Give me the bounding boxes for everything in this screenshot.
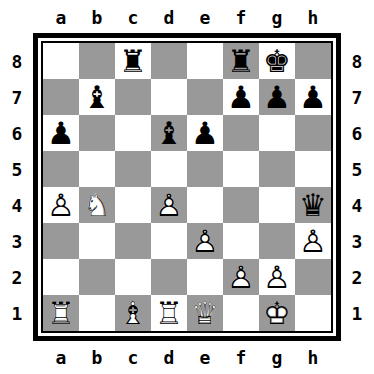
square-h3[interactable]: ♟♙ xyxy=(295,223,331,259)
square-e7[interactable] xyxy=(187,79,223,115)
square-a4[interactable]: ♟♙ xyxy=(43,187,79,223)
square-d8[interactable] xyxy=(151,43,187,79)
file-label-a: a xyxy=(43,5,79,29)
square-c1[interactable]: ♝♗ xyxy=(115,295,151,331)
square-c3[interactable] xyxy=(115,223,151,259)
white-queen[interactable]: ♛♕ xyxy=(187,295,223,331)
square-g8[interactable]: ♚ xyxy=(259,43,295,79)
rank-label-2: 2 xyxy=(345,259,369,295)
square-f6[interactable] xyxy=(223,115,259,151)
file-label-d: d xyxy=(151,345,187,369)
square-e2[interactable] xyxy=(187,259,223,295)
black-rook[interactable]: ♜ xyxy=(223,43,259,79)
black-pawn[interactable]: ♟ xyxy=(259,79,295,115)
black-queen-icon: ♛ xyxy=(295,187,331,223)
white-pawn[interactable]: ♟♙ xyxy=(151,187,187,223)
rank-label-5: 5 xyxy=(345,151,369,187)
black-pawn-icon: ♟ xyxy=(295,79,331,115)
black-bishop-icon: ♝ xyxy=(151,115,187,151)
square-b6[interactable] xyxy=(79,115,115,151)
white-pawn-icon: ♙ xyxy=(43,187,79,223)
square-g5[interactable] xyxy=(259,151,295,187)
square-a3[interactable] xyxy=(43,223,79,259)
square-g7[interactable]: ♟ xyxy=(259,79,295,115)
square-d5[interactable] xyxy=(151,151,187,187)
white-pawn[interactable]: ♟♙ xyxy=(295,223,331,259)
black-king-icon: ♚ xyxy=(259,43,295,79)
file-label-b: b xyxy=(79,345,115,369)
square-d1[interactable]: ♜♖ xyxy=(151,295,187,331)
black-king[interactable]: ♚ xyxy=(259,43,295,79)
rank-label-1: 1 xyxy=(5,295,29,331)
square-b3[interactable] xyxy=(79,223,115,259)
square-h8[interactable] xyxy=(295,43,331,79)
square-b7[interactable]: ♝ xyxy=(79,79,115,115)
file-label-f: f xyxy=(223,5,259,29)
square-b1[interactable] xyxy=(79,295,115,331)
square-c6[interactable] xyxy=(115,115,151,151)
square-c8[interactable]: ♜ xyxy=(115,43,151,79)
black-bishop[interactable]: ♝ xyxy=(151,115,187,151)
black-rook-icon: ♜ xyxy=(115,43,151,79)
rank-label-4: 4 xyxy=(5,187,29,223)
square-h6[interactable] xyxy=(295,115,331,151)
chess-diagram: abcdefgh abcdefgh 87654321 87654321 ♜♜♚♝… xyxy=(0,0,374,374)
square-d3[interactable] xyxy=(151,223,187,259)
black-pawn[interactable]: ♟ xyxy=(223,79,259,115)
rank-label-6: 6 xyxy=(5,115,29,151)
square-a5[interactable] xyxy=(43,151,79,187)
rank-label-8: 8 xyxy=(5,43,29,79)
white-knight[interactable]: ♞♘ xyxy=(79,187,115,223)
chess-board-frame: ♜♜♚♝♟♟♟♟♝♟♟♙♞♘♟♙♛♟♙♟♙♟♙♟♙♜♖♝♗♜♖♛♕♚♔ xyxy=(33,33,341,341)
white-king-icon: ♔ xyxy=(259,295,295,331)
square-d2[interactable] xyxy=(151,259,187,295)
file-label-e: e xyxy=(187,345,223,369)
file-label-g: g xyxy=(259,345,295,369)
file-labels-bottom: abcdefgh xyxy=(43,345,331,369)
black-pawn[interactable]: ♟ xyxy=(187,115,223,151)
square-a8[interactable] xyxy=(43,43,79,79)
square-e8[interactable] xyxy=(187,43,223,79)
black-pawn[interactable]: ♟ xyxy=(43,115,79,151)
square-h7[interactable]: ♟ xyxy=(295,79,331,115)
square-a1[interactable]: ♜♖ xyxy=(43,295,79,331)
white-pawn-icon: ♙ xyxy=(259,259,295,295)
rank-labels-right: 87654321 xyxy=(345,43,369,331)
white-pawn[interactable]: ♟♙ xyxy=(223,259,259,295)
square-a2[interactable] xyxy=(43,259,79,295)
square-e1[interactable]: ♛♕ xyxy=(187,295,223,331)
white-pawn[interactable]: ♟♙ xyxy=(43,187,79,223)
square-g2[interactable]: ♟♙ xyxy=(259,259,295,295)
file-label-f: f xyxy=(223,345,259,369)
white-bishop[interactable]: ♝♗ xyxy=(115,295,151,331)
rank-label-3: 3 xyxy=(345,223,369,259)
black-pawn-icon: ♟ xyxy=(259,79,295,115)
square-e3[interactable]: ♟♙ xyxy=(187,223,223,259)
black-bishop[interactable]: ♝ xyxy=(79,79,115,115)
square-g3[interactable] xyxy=(259,223,295,259)
file-label-c: c xyxy=(115,345,151,369)
black-pawn-icon: ♟ xyxy=(223,79,259,115)
white-knight-icon: ♘ xyxy=(79,187,115,223)
black-queen[interactable]: ♛ xyxy=(295,187,331,223)
square-e5[interactable] xyxy=(187,151,223,187)
white-rook-icon: ♖ xyxy=(43,295,79,331)
file-label-g: g xyxy=(259,5,295,29)
black-rook[interactable]: ♜ xyxy=(115,43,151,79)
square-a6[interactable]: ♟ xyxy=(43,115,79,151)
square-b5[interactable] xyxy=(79,151,115,187)
file-label-h: h xyxy=(295,5,331,29)
black-pawn-icon: ♟ xyxy=(187,115,223,151)
square-b8[interactable] xyxy=(79,43,115,79)
rank-label-8: 8 xyxy=(345,43,369,79)
square-e4[interactable] xyxy=(187,187,223,223)
square-f3[interactable] xyxy=(223,223,259,259)
file-label-b: b xyxy=(79,5,115,29)
white-pawn-icon: ♙ xyxy=(295,223,331,259)
rank-label-5: 5 xyxy=(5,151,29,187)
square-h1[interactable] xyxy=(295,295,331,331)
black-pawn[interactable]: ♟ xyxy=(295,79,331,115)
white-bishop-icon: ♗ xyxy=(115,295,151,331)
square-d4[interactable]: ♟♙ xyxy=(151,187,187,223)
file-labels-top: abcdefgh xyxy=(43,5,331,29)
square-f8[interactable]: ♜ xyxy=(223,43,259,79)
file-label-e: e xyxy=(187,5,223,29)
square-f7[interactable]: ♟ xyxy=(223,79,259,115)
file-label-h: h xyxy=(295,345,331,369)
square-d7[interactable] xyxy=(151,79,187,115)
rank-label-7: 7 xyxy=(5,79,29,115)
white-rook[interactable]: ♜♖ xyxy=(151,295,187,331)
rank-label-1: 1 xyxy=(345,295,369,331)
file-label-c: c xyxy=(115,5,151,29)
square-b4[interactable]: ♞♘ xyxy=(79,187,115,223)
chess-board-inner-frame: ♜♜♚♝♟♟♟♟♝♟♟♙♞♘♟♙♛♟♙♟♙♟♙♟♙♜♖♝♗♜♖♛♕♚♔ xyxy=(41,41,333,333)
square-g4[interactable] xyxy=(259,187,295,223)
white-pawn[interactable]: ♟♙ xyxy=(259,259,295,295)
rank-labels-left: 87654321 xyxy=(5,43,29,331)
black-pawn-icon: ♟ xyxy=(43,115,79,151)
rank-label-4: 4 xyxy=(345,187,369,223)
file-label-a: a xyxy=(43,345,79,369)
white-pawn-icon: ♙ xyxy=(187,223,223,259)
white-pawn-icon: ♙ xyxy=(151,187,187,223)
white-queen-icon: ♕ xyxy=(187,295,223,331)
square-a7[interactable] xyxy=(43,79,79,115)
rank-label-7: 7 xyxy=(345,79,369,115)
square-e6[interactable]: ♟ xyxy=(187,115,223,151)
square-c7[interactable] xyxy=(115,79,151,115)
file-label-d: d xyxy=(151,5,187,29)
square-h5[interactable] xyxy=(295,151,331,187)
square-c2[interactable] xyxy=(115,259,151,295)
square-f4[interactable] xyxy=(223,187,259,223)
square-g1[interactable]: ♚♔ xyxy=(259,295,295,331)
square-f5[interactable] xyxy=(223,151,259,187)
white-rook[interactable]: ♜♖ xyxy=(43,295,79,331)
white-pawn[interactable]: ♟♙ xyxy=(187,223,223,259)
square-d6[interactable]: ♝ xyxy=(151,115,187,151)
white-king[interactable]: ♚♔ xyxy=(259,295,295,331)
black-bishop-icon: ♝ xyxy=(79,79,115,115)
chess-board: ♜♜♚♝♟♟♟♟♝♟♟♙♞♘♟♙♛♟♙♟♙♟♙♟♙♜♖♝♗♜♖♛♕♚♔ xyxy=(43,43,331,331)
square-b2[interactable] xyxy=(79,259,115,295)
white-pawn-icon: ♙ xyxy=(223,259,259,295)
rank-label-3: 3 xyxy=(5,223,29,259)
black-rook-icon: ♜ xyxy=(223,43,259,79)
square-c4[interactable] xyxy=(115,187,151,223)
rank-label-2: 2 xyxy=(5,259,29,295)
square-h2[interactable] xyxy=(295,259,331,295)
square-f2[interactable]: ♟♙ xyxy=(223,259,259,295)
square-g6[interactable] xyxy=(259,115,295,151)
rank-label-6: 6 xyxy=(345,115,369,151)
white-rook-icon: ♖ xyxy=(151,295,187,331)
square-f1[interactable] xyxy=(223,295,259,331)
square-h4[interactable]: ♛ xyxy=(295,187,331,223)
square-c5[interactable] xyxy=(115,151,151,187)
